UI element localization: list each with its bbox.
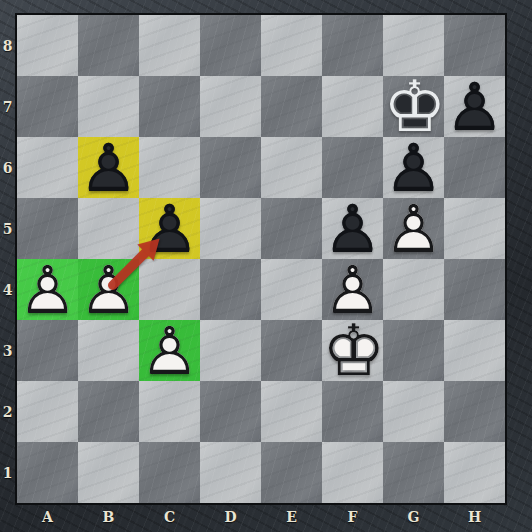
white-pawn-outline: ♙ [383,198,444,259]
square-h3[interactable] [444,320,505,381]
black-king[interactable]: ♚♔ [383,76,444,137]
square-h2[interactable] [444,381,505,442]
square-h7[interactable]: ♟♙ [444,76,505,137]
square-g3[interactable] [383,320,444,381]
black-pawn-outline: ♙ [444,76,505,137]
rank-label-2: 2 [0,381,15,442]
square-d3[interactable] [200,320,261,381]
square-e4[interactable] [261,259,322,320]
rank-label-4: 4 [0,259,15,320]
white-pawn-outline: ♙ [139,320,200,381]
white-pawn-outline: ♙ [78,259,139,320]
file-label-h: H [444,504,505,530]
square-a3[interactable] [17,320,78,381]
square-d5[interactable] [200,198,261,259]
square-b2[interactable] [78,381,139,442]
rank-label-7: 7 [0,76,15,137]
square-h1[interactable] [444,442,505,503]
square-a4[interactable]: ♟♙ [17,259,78,320]
square-a5[interactable] [17,198,78,259]
square-c7[interactable] [139,76,200,137]
board-container: 87654321 ♚♔♟♙♟♙♟♙♟♙♟♙♟♙♟♙♟♙♟♙♟♙♚♔ ABCDEF… [0,0,532,532]
chess-board: ♚♔♟♙♟♙♟♙♟♙♟♙♟♙♟♙♟♙♟♙♟♙♚♔ [15,13,507,505]
square-a7[interactable] [17,76,78,137]
square-f8[interactable] [322,15,383,76]
square-b6[interactable]: ♟♙ [78,137,139,198]
rank-label-1: 1 [0,442,15,503]
file-label-b: B [78,504,139,530]
file-label-d: D [200,504,261,530]
square-e1[interactable] [261,442,322,503]
black-pawn-outline: ♙ [322,198,383,259]
black-pawn[interactable]: ♟♙ [383,137,444,198]
square-d4[interactable] [200,259,261,320]
white-king[interactable]: ♚♔ [322,320,383,381]
square-f3[interactable]: ♚♔ [322,320,383,381]
file-label-a: A [17,504,78,530]
white-pawn[interactable]: ♟♙ [383,198,444,259]
square-a2[interactable] [17,381,78,442]
file-labels: ABCDEFGH [17,504,505,530]
white-pawn[interactable]: ♟♙ [17,259,78,320]
square-d2[interactable] [200,381,261,442]
square-c3[interactable]: ♟♙ [139,320,200,381]
square-f5[interactable]: ♟♙ [322,198,383,259]
square-c5[interactable]: ♟♙ [139,198,200,259]
square-b8[interactable] [78,15,139,76]
square-b7[interactable] [78,76,139,137]
square-c2[interactable] [139,381,200,442]
square-c4[interactable] [139,259,200,320]
square-c8[interactable] [139,15,200,76]
square-g7[interactable]: ♚♔ [383,76,444,137]
square-h4[interactable] [444,259,505,320]
square-a6[interactable] [17,137,78,198]
square-f1[interactable] [322,442,383,503]
square-d6[interactable] [200,137,261,198]
black-pawn[interactable]: ♟♙ [139,198,200,259]
white-pawn-outline: ♙ [17,259,78,320]
square-e7[interactable] [261,76,322,137]
square-g2[interactable] [383,381,444,442]
rank-labels: 87654321 [0,15,15,503]
black-pawn-outline: ♙ [139,198,200,259]
black-pawn-outline: ♙ [383,137,444,198]
white-pawn[interactable]: ♟♙ [139,320,200,381]
square-e6[interactable] [261,137,322,198]
square-d8[interactable] [200,15,261,76]
square-g4[interactable] [383,259,444,320]
rank-label-5: 5 [0,198,15,259]
square-f6[interactable] [322,137,383,198]
rank-label-8: 8 [0,15,15,76]
square-b4[interactable]: ♟♙ [78,259,139,320]
square-f7[interactable] [322,76,383,137]
square-e2[interactable] [261,381,322,442]
square-e3[interactable] [261,320,322,381]
square-g1[interactable] [383,442,444,503]
white-king-outline: ♔ [322,320,383,381]
square-h8[interactable] [444,15,505,76]
square-e5[interactable] [261,198,322,259]
file-label-g: G [383,504,444,530]
file-label-f: F [322,504,383,530]
square-a1[interactable] [17,442,78,503]
black-pawn[interactable]: ♟♙ [444,76,505,137]
black-pawn[interactable]: ♟♙ [78,137,139,198]
square-b3[interactable] [78,320,139,381]
square-c1[interactable] [139,442,200,503]
rank-label-3: 3 [0,320,15,381]
square-a8[interactable] [17,15,78,76]
file-label-c: C [139,504,200,530]
black-pawn-outline: ♙ [78,137,139,198]
square-h6[interactable] [444,137,505,198]
square-e8[interactable] [261,15,322,76]
square-h5[interactable] [444,198,505,259]
square-b5[interactable] [78,198,139,259]
square-d1[interactable] [200,442,261,503]
rank-label-6: 6 [0,137,15,198]
board-squares: ♚♔♟♙♟♙♟♙♟♙♟♙♟♙♟♙♟♙♟♙♟♙♚♔ [17,15,505,503]
square-g6[interactable]: ♟♙ [383,137,444,198]
black-pawn[interactable]: ♟♙ [322,198,383,259]
white-pawn[interactable]: ♟♙ [78,259,139,320]
file-label-e: E [261,504,322,530]
square-b1[interactable] [78,442,139,503]
black-king-outline: ♔ [383,76,444,137]
square-c6[interactable] [139,137,200,198]
square-d7[interactable] [200,76,261,137]
square-g5[interactable]: ♟♙ [383,198,444,259]
